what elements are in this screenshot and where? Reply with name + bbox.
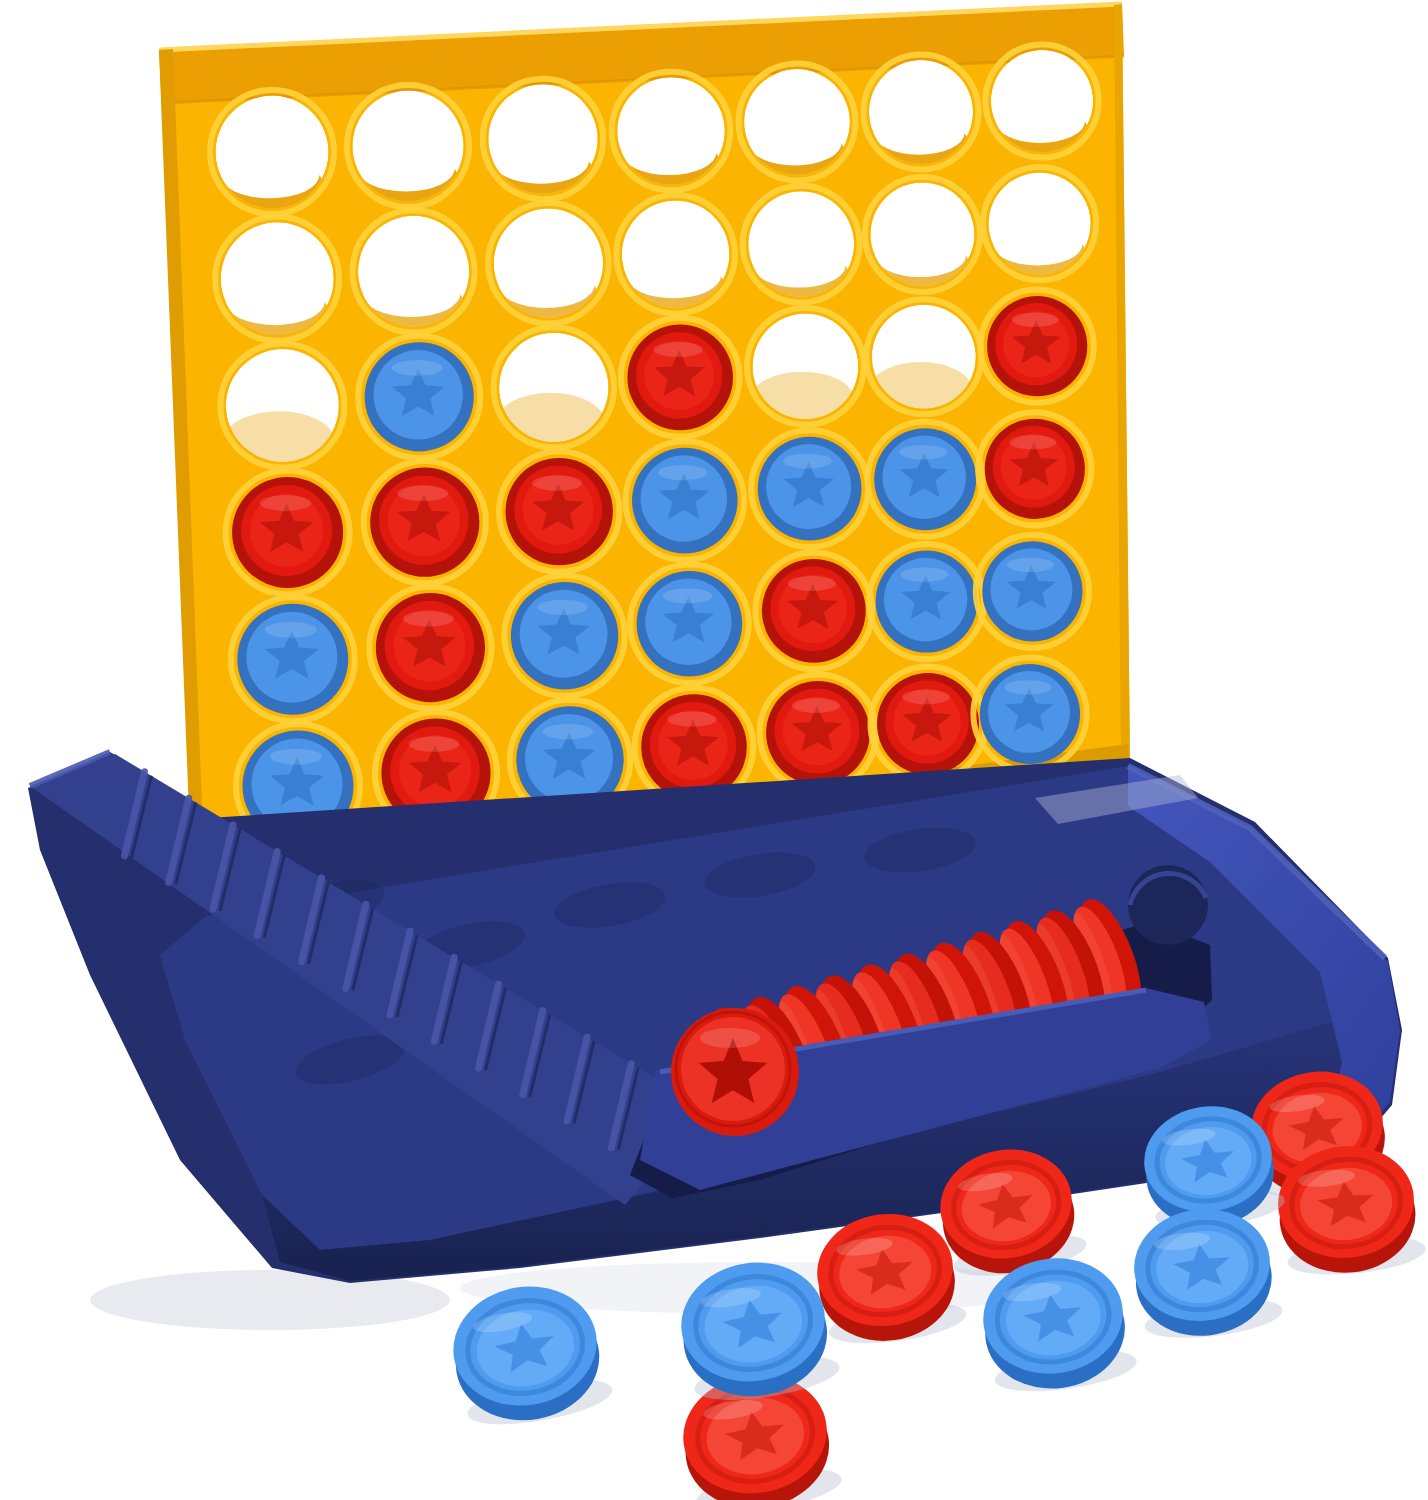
tray-floor-shadow [90,1270,450,1330]
board-column-7[interactable] [970,48,1108,812]
channel-front-red-disc [671,1008,799,1136]
disc-gloss [700,1028,760,1048]
board-column-6[interactable] [855,48,988,812]
stage [0,0,1428,1500]
channel-thumb-notch [1128,865,1208,945]
connect-four-scene [0,0,1428,1500]
